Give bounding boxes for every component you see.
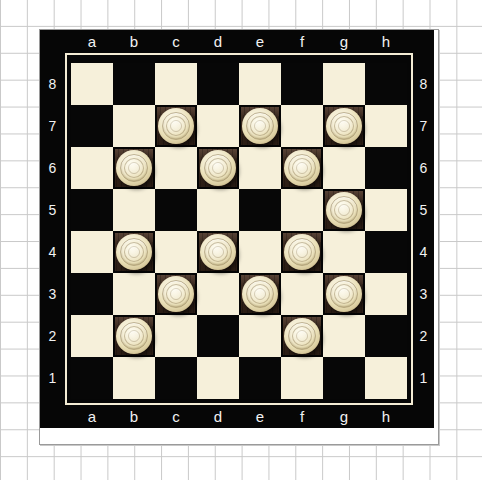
white-checker-e3[interactable] <box>242 276 278 312</box>
square-f7[interactable] <box>281 105 323 147</box>
white-checker-g3[interactable] <box>326 276 362 312</box>
square-c3[interactable] <box>155 273 197 315</box>
square-g2[interactable] <box>323 315 365 357</box>
rank-labels-right: 87654321 <box>413 63 434 399</box>
square-g7[interactable] <box>323 105 365 147</box>
square-c4[interactable] <box>155 231 197 273</box>
rank-label-2-left: 2 <box>40 315 65 357</box>
rank-label-1-right: 1 <box>413 357 434 399</box>
file-label-h-bottom: h <box>365 405 407 428</box>
checkers-board-image: abcdefgh abcdefgh 87654321 87654321 <box>39 29 439 445</box>
file-label-c-top: c <box>155 30 197 53</box>
square-c2[interactable] <box>155 315 197 357</box>
square-e1[interactable] <box>239 357 281 399</box>
white-checker-c3[interactable] <box>158 276 194 312</box>
square-g8[interactable] <box>323 63 365 105</box>
square-d1[interactable] <box>197 357 239 399</box>
square-d2[interactable] <box>197 315 239 357</box>
square-f4[interactable] <box>281 231 323 273</box>
rank-label-7-right: 7 <box>413 105 434 147</box>
white-checker-b6[interactable] <box>116 150 152 186</box>
file-labels-bottom: abcdefgh <box>71 405 407 428</box>
square-g5[interactable] <box>323 189 365 231</box>
checker-ring <box>212 246 224 258</box>
square-g4[interactable] <box>323 231 365 273</box>
checker-ring <box>296 246 308 258</box>
rank-label-3-left: 3 <box>40 273 65 315</box>
square-b8[interactable] <box>113 63 155 105</box>
square-b3[interactable] <box>113 273 155 315</box>
square-d4[interactable] <box>197 231 239 273</box>
square-f3[interactable] <box>281 273 323 315</box>
checker-ring <box>296 330 308 342</box>
rank-label-7-left: 7 <box>40 105 65 147</box>
white-checker-f6[interactable] <box>284 150 320 186</box>
checker-ring <box>296 162 308 174</box>
rank-label-1-left: 1 <box>40 357 65 399</box>
rank-label-4-right: 4 <box>413 231 434 273</box>
square-h4[interactable] <box>365 231 407 273</box>
rank-label-8-right: 8 <box>413 63 434 105</box>
square-g3[interactable] <box>323 273 365 315</box>
square-b1[interactable] <box>113 357 155 399</box>
checker-ring <box>128 162 140 174</box>
file-label-e-bottom: e <box>239 405 281 428</box>
square-d6[interactable] <box>197 147 239 189</box>
square-d8[interactable] <box>197 63 239 105</box>
white-checker-e7[interactable] <box>242 108 278 144</box>
square-e6[interactable] <box>239 147 281 189</box>
square-b6[interactable] <box>113 147 155 189</box>
checker-ring <box>212 162 224 174</box>
file-label-b-bottom: b <box>113 405 155 428</box>
square-a3[interactable] <box>71 273 113 315</box>
square-b5[interactable] <box>113 189 155 231</box>
checker-ring <box>170 288 182 300</box>
square-a4[interactable] <box>71 231 113 273</box>
checker-ring <box>254 120 266 132</box>
rank-label-6-right: 6 <box>413 147 434 189</box>
square-f8[interactable] <box>281 63 323 105</box>
white-checker-b4[interactable] <box>116 234 152 270</box>
rank-label-2-right: 2 <box>413 315 434 357</box>
rank-label-8-left: 8 <box>40 63 65 105</box>
square-a1[interactable] <box>71 357 113 399</box>
square-d3[interactable] <box>197 273 239 315</box>
rank-label-4-left: 4 <box>40 231 65 273</box>
file-label-g-bottom: g <box>323 405 365 428</box>
white-checker-f2[interactable] <box>284 318 320 354</box>
square-e7[interactable] <box>239 105 281 147</box>
file-label-e-top: e <box>239 30 281 53</box>
square-e2[interactable] <box>239 315 281 357</box>
checker-ring <box>128 330 140 342</box>
rank-label-6-left: 6 <box>40 147 65 189</box>
checker-ring <box>170 120 182 132</box>
file-label-f-top: f <box>281 30 323 53</box>
square-h1[interactable] <box>365 357 407 399</box>
file-label-d-bottom: d <box>197 405 239 428</box>
square-h6[interactable] <box>365 147 407 189</box>
square-f2[interactable] <box>281 315 323 357</box>
checker-ring <box>338 120 350 132</box>
square-e3[interactable] <box>239 273 281 315</box>
checker-ring <box>128 246 140 258</box>
square-f6[interactable] <box>281 147 323 189</box>
square-e4[interactable] <box>239 231 281 273</box>
rank-labels-left: 87654321 <box>40 63 65 399</box>
checker-ring <box>254 288 266 300</box>
square-a7[interactable] <box>71 105 113 147</box>
square-c6[interactable] <box>155 147 197 189</box>
square-f5[interactable] <box>281 189 323 231</box>
white-checker-b2[interactable] <box>116 318 152 354</box>
square-h8[interactable] <box>365 63 407 105</box>
file-labels-top: abcdefgh <box>71 30 407 53</box>
checker-ring <box>338 204 350 216</box>
square-f1[interactable] <box>281 357 323 399</box>
rank-label-3-right: 3 <box>413 273 434 315</box>
square-c8[interactable] <box>155 63 197 105</box>
file-label-h-top: h <box>365 30 407 53</box>
square-b4[interactable] <box>113 231 155 273</box>
board-grid <box>71 63 407 399</box>
square-g1[interactable] <box>323 357 365 399</box>
square-d7[interactable] <box>197 105 239 147</box>
square-a2[interactable] <box>71 315 113 357</box>
square-h2[interactable] <box>365 315 407 357</box>
white-checker-d4[interactable] <box>200 234 236 270</box>
rank-label-5-right: 5 <box>413 189 434 231</box>
white-checker-f4[interactable] <box>284 234 320 270</box>
file-label-a-bottom: a <box>71 405 113 428</box>
square-a6[interactable] <box>71 147 113 189</box>
square-e8[interactable] <box>239 63 281 105</box>
square-b7[interactable] <box>113 105 155 147</box>
square-h3[interactable] <box>365 273 407 315</box>
rank-label-5-left: 5 <box>40 189 65 231</box>
square-h5[interactable] <box>365 189 407 231</box>
file-label-c-bottom: c <box>155 405 197 428</box>
square-b2[interactable] <box>113 315 155 357</box>
spreadsheet-grid-background: { "game": "checkers", "position": "W:Wb2… <box>0 0 482 480</box>
square-g6[interactable] <box>323 147 365 189</box>
white-checker-d6[interactable] <box>200 150 236 186</box>
file-label-f-bottom: f <box>281 405 323 428</box>
white-checker-c7[interactable] <box>158 108 194 144</box>
file-label-b-top: b <box>113 30 155 53</box>
square-h7[interactable] <box>365 105 407 147</box>
square-c5[interactable] <box>155 189 197 231</box>
square-c7[interactable] <box>155 105 197 147</box>
file-label-g-top: g <box>323 30 365 53</box>
file-label-d-top: d <box>197 30 239 53</box>
square-e5[interactable] <box>239 189 281 231</box>
white-checker-g5[interactable] <box>326 192 362 228</box>
square-c1[interactable] <box>155 357 197 399</box>
white-checker-g7[interactable] <box>326 108 362 144</box>
square-d5[interactable] <box>197 189 239 231</box>
file-label-a-top: a <box>71 30 113 53</box>
board-frame <box>65 53 413 405</box>
square-a5[interactable] <box>71 189 113 231</box>
checker-ring <box>338 288 350 300</box>
checkers-board: abcdefgh abcdefgh 87654321 87654321 <box>40 30 434 428</box>
square-a8[interactable] <box>71 63 113 105</box>
